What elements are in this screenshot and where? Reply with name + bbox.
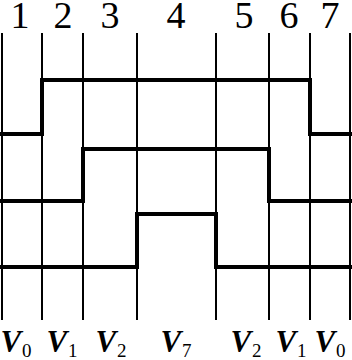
vector-symbol: V: [314, 324, 335, 359]
vector-symbol: V: [95, 324, 116, 359]
vector-symbol: V: [0, 324, 21, 359]
segment-number-4: 4: [167, 0, 186, 34]
phase-b-pulse-waveform: [0, 149, 352, 201]
vector-symbol: V: [275, 324, 296, 359]
vector-label-v7-4: V7: [160, 326, 191, 360]
svpwm-switching-sequence-diagram: 1234567 V0V1V2V7V2V1V0: [0, 0, 352, 360]
vector-subscript: 2: [117, 340, 127, 360]
segment-number-6: 6: [280, 0, 299, 34]
vector-label-v0-7: V0: [314, 326, 345, 360]
segment-number-5: 5: [235, 0, 254, 34]
vector-subscript: 1: [297, 340, 307, 360]
vector-label-v1-6: V1: [275, 326, 306, 360]
phase-c-pulse-waveform: [0, 214, 352, 267]
vector-label-v2-3: V2: [95, 326, 126, 360]
vector-symbol: V: [46, 324, 67, 359]
vector-symbol: V: [160, 324, 181, 359]
vector-label-v2-5: V2: [230, 326, 261, 360]
vector-subscript: 1: [68, 340, 78, 360]
vector-subscript: 0: [22, 340, 32, 360]
vector-subscript: 0: [336, 340, 346, 360]
segment-number-3: 3: [101, 0, 120, 34]
segment-number-7: 7: [321, 0, 340, 34]
vector-subscript: 7: [182, 340, 192, 360]
vector-label-v1-2: V1: [46, 326, 77, 360]
vector-label-v0-1: V0: [0, 326, 31, 360]
waveform-canvas: [0, 0, 352, 360]
segment-number-2: 2: [54, 0, 73, 34]
vector-symbol: V: [230, 324, 251, 359]
phase-a-pulse-waveform: [0, 80, 352, 134]
segment-number-1: 1: [11, 0, 30, 34]
vector-subscript: 2: [252, 340, 262, 360]
